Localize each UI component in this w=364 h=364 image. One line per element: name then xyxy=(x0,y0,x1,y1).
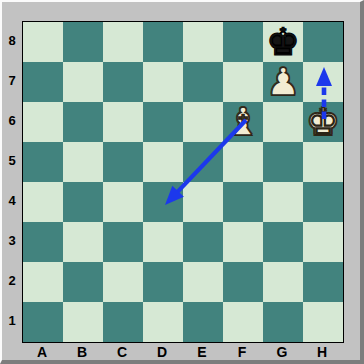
file-label-h: H xyxy=(302,344,342,361)
square-e4[interactable] xyxy=(183,182,223,222)
square-f5[interactable] xyxy=(223,142,263,182)
square-d1[interactable] xyxy=(143,302,183,342)
square-g5[interactable] xyxy=(263,142,303,182)
square-g2[interactable] xyxy=(263,262,303,302)
square-f1[interactable] xyxy=(223,302,263,342)
square-b8[interactable] xyxy=(63,22,103,62)
square-h3[interactable] xyxy=(303,222,343,262)
rank-label-4: 4 xyxy=(2,181,22,221)
file-label-a: A xyxy=(22,344,62,361)
square-f6[interactable]: ♝ xyxy=(223,102,263,142)
file-label-b: B xyxy=(62,344,102,361)
square-d8[interactable] xyxy=(143,22,183,62)
square-e2[interactable] xyxy=(183,262,223,302)
square-a8[interactable] xyxy=(23,22,63,62)
square-c6[interactable] xyxy=(103,102,143,142)
square-c5[interactable] xyxy=(103,142,143,182)
rank-label-1: 1 xyxy=(2,301,22,341)
square-h5[interactable] xyxy=(303,142,343,182)
square-e6[interactable] xyxy=(183,102,223,142)
square-d7[interactable] xyxy=(143,62,183,102)
square-f4[interactable] xyxy=(223,182,263,222)
square-b1[interactable] xyxy=(63,302,103,342)
square-e3[interactable] xyxy=(183,222,223,262)
square-h7[interactable] xyxy=(303,62,343,102)
piece-white-king[interactable]: ♚ xyxy=(303,102,343,142)
square-a7[interactable] xyxy=(23,62,63,102)
square-c8[interactable] xyxy=(103,22,143,62)
rank-label-6: 6 xyxy=(2,101,22,141)
square-f3[interactable] xyxy=(223,222,263,262)
square-c7[interactable] xyxy=(103,62,143,102)
square-d6[interactable] xyxy=(143,102,183,142)
file-label-d: D xyxy=(142,344,182,361)
square-f2[interactable] xyxy=(223,262,263,302)
square-d4[interactable] xyxy=(143,182,183,222)
square-f7[interactable] xyxy=(223,62,263,102)
square-h4[interactable] xyxy=(303,182,343,222)
file-labels: ABCDEFGH xyxy=(22,344,342,361)
piece-black-king[interactable]: ♚ xyxy=(263,22,303,62)
square-e5[interactable] xyxy=(183,142,223,182)
square-a4[interactable] xyxy=(23,182,63,222)
square-b4[interactable] xyxy=(63,182,103,222)
file-label-c: C xyxy=(102,344,142,361)
square-g1[interactable] xyxy=(263,302,303,342)
square-a5[interactable] xyxy=(23,142,63,182)
square-d3[interactable] xyxy=(143,222,183,262)
square-g6[interactable] xyxy=(263,102,303,142)
square-b3[interactable] xyxy=(63,222,103,262)
square-b6[interactable] xyxy=(63,102,103,142)
square-c4[interactable] xyxy=(103,182,143,222)
square-b2[interactable] xyxy=(63,262,103,302)
square-d5[interactable] xyxy=(143,142,183,182)
square-d2[interactable] xyxy=(143,262,183,302)
rank-label-7: 7 xyxy=(2,61,22,101)
square-c2[interactable] xyxy=(103,262,143,302)
square-e1[interactable] xyxy=(183,302,223,342)
square-a3[interactable] xyxy=(23,222,63,262)
square-g4[interactable] xyxy=(263,182,303,222)
square-e7[interactable] xyxy=(183,62,223,102)
square-b5[interactable] xyxy=(63,142,103,182)
piece-white-bishop[interactable]: ♝ xyxy=(223,102,263,142)
file-label-e: E xyxy=(182,344,222,361)
square-f8[interactable] xyxy=(223,22,263,62)
square-a1[interactable] xyxy=(23,302,63,342)
piece-white-pawn[interactable]: ♟ xyxy=(263,62,303,102)
square-h8[interactable] xyxy=(303,22,343,62)
rank-label-2: 2 xyxy=(2,261,22,301)
square-g8[interactable]: ♚ xyxy=(263,22,303,62)
chess-board: ♚♟♝♚ xyxy=(22,21,344,343)
square-c3[interactable] xyxy=(103,222,143,262)
chess-diagram: 87654321 ABCDEFGH ♚♟♝♚ xyxy=(0,0,364,364)
square-g3[interactable] xyxy=(263,222,303,262)
rank-label-8: 8 xyxy=(2,21,22,61)
rank-labels: 87654321 xyxy=(2,21,22,341)
file-label-f: F xyxy=(222,344,262,361)
file-label-g: G xyxy=(262,344,302,361)
square-h1[interactable] xyxy=(303,302,343,342)
square-g7[interactable]: ♟ xyxy=(263,62,303,102)
square-h6[interactable]: ♚ xyxy=(303,102,343,142)
square-e8[interactable] xyxy=(183,22,223,62)
rank-label-3: 3 xyxy=(2,221,22,261)
square-a6[interactable] xyxy=(23,102,63,142)
square-h2[interactable] xyxy=(303,262,343,302)
square-b7[interactable] xyxy=(63,62,103,102)
square-a2[interactable] xyxy=(23,262,63,302)
rank-label-5: 5 xyxy=(2,141,22,181)
square-c1[interactable] xyxy=(103,302,143,342)
